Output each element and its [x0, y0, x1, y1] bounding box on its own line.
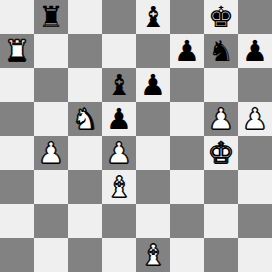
piece-white-king[interactable]: ♚ [208, 136, 234, 170]
square-a4[interactable] [0, 136, 34, 170]
square-e7[interactable] [136, 34, 170, 68]
square-f6[interactable] [170, 68, 204, 102]
square-e8[interactable]: ♝ [136, 0, 170, 34]
square-c3[interactable] [68, 170, 102, 204]
square-g6[interactable] [204, 68, 238, 102]
square-c8[interactable] [68, 0, 102, 34]
square-d6[interactable]: ♝ [102, 68, 136, 102]
square-a6[interactable] [0, 68, 34, 102]
square-f3[interactable] [170, 170, 204, 204]
square-d5[interactable]: ♟ [102, 102, 136, 136]
piece-black-knight[interactable]: ♞ [208, 34, 234, 68]
square-g5[interactable]: ♟ [204, 102, 238, 136]
piece-black-king[interactable]: ♚ [208, 0, 234, 34]
square-h7[interactable]: ♟ [238, 34, 272, 68]
square-c5[interactable]: ♞ [68, 102, 102, 136]
piece-black-rook[interactable]: ♜ [38, 0, 64, 34]
square-g8[interactable]: ♚ [204, 0, 238, 34]
square-h8[interactable] [238, 0, 272, 34]
square-e2[interactable] [136, 204, 170, 238]
square-b2[interactable] [34, 204, 68, 238]
square-d3[interactable]: ♝ [102, 170, 136, 204]
piece-black-pawn[interactable]: ♟ [174, 34, 200, 68]
piece-white-pawn[interactable]: ♟ [242, 102, 268, 136]
square-a3[interactable] [0, 170, 34, 204]
square-c7[interactable] [68, 34, 102, 68]
square-c6[interactable] [68, 68, 102, 102]
square-c4[interactable] [68, 136, 102, 170]
square-d8[interactable] [102, 0, 136, 34]
piece-white-bishop[interactable]: ♝ [106, 170, 132, 204]
square-b1[interactable] [34, 238, 68, 272]
piece-white-pawn[interactable]: ♟ [106, 136, 132, 170]
square-h4[interactable] [238, 136, 272, 170]
chess-board: ♜♝♚♜♟♞♟♝♟♞♟♟♟♟♟♚♝♝ [0, 0, 272, 272]
square-b4[interactable]: ♟ [34, 136, 68, 170]
square-g1[interactable] [204, 238, 238, 272]
piece-black-bishop[interactable]: ♝ [140, 0, 166, 34]
square-g3[interactable] [204, 170, 238, 204]
square-f2[interactable] [170, 204, 204, 238]
square-f1[interactable] [170, 238, 204, 272]
square-f7[interactable]: ♟ [170, 34, 204, 68]
square-d2[interactable] [102, 204, 136, 238]
square-f4[interactable] [170, 136, 204, 170]
piece-white-knight[interactable]: ♞ [72, 102, 98, 136]
square-f5[interactable] [170, 102, 204, 136]
square-h6[interactable] [238, 68, 272, 102]
square-g7[interactable]: ♞ [204, 34, 238, 68]
square-f8[interactable] [170, 0, 204, 34]
square-e6[interactable]: ♟ [136, 68, 170, 102]
square-b7[interactable] [34, 34, 68, 68]
square-g2[interactable] [204, 204, 238, 238]
square-e5[interactable] [136, 102, 170, 136]
piece-white-rook[interactable]: ♜ [4, 34, 30, 68]
piece-white-pawn[interactable]: ♟ [38, 136, 64, 170]
square-g4[interactable]: ♚ [204, 136, 238, 170]
square-a1[interactable] [0, 238, 34, 272]
square-h1[interactable] [238, 238, 272, 272]
square-a7[interactable]: ♜ [0, 34, 34, 68]
square-h5[interactable]: ♟ [238, 102, 272, 136]
square-a2[interactable] [0, 204, 34, 238]
square-b8[interactable]: ♜ [34, 0, 68, 34]
square-d4[interactable]: ♟ [102, 136, 136, 170]
square-d7[interactable] [102, 34, 136, 68]
square-h3[interactable] [238, 170, 272, 204]
piece-white-bishop[interactable]: ♝ [140, 238, 166, 272]
square-a8[interactable] [0, 0, 34, 34]
piece-black-pawn[interactable]: ♟ [140, 68, 166, 102]
piece-black-bishop[interactable]: ♝ [106, 68, 132, 102]
square-e1[interactable]: ♝ [136, 238, 170, 272]
square-d1[interactable] [102, 238, 136, 272]
square-e4[interactable] [136, 136, 170, 170]
square-c2[interactable] [68, 204, 102, 238]
piece-white-pawn[interactable]: ♟ [208, 102, 234, 136]
square-b3[interactable] [34, 170, 68, 204]
square-c1[interactable] [68, 238, 102, 272]
square-b6[interactable] [34, 68, 68, 102]
piece-black-pawn[interactable]: ♟ [106, 102, 132, 136]
square-h2[interactable] [238, 204, 272, 238]
piece-black-pawn[interactable]: ♟ [242, 34, 268, 68]
square-a5[interactable] [0, 102, 34, 136]
square-b5[interactable] [34, 102, 68, 136]
square-e3[interactable] [136, 170, 170, 204]
